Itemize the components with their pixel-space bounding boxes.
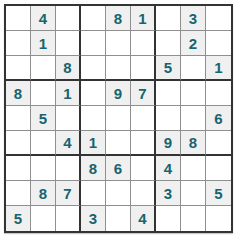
cell-r5c8[interactable] [181, 106, 206, 131]
cell-r9c4[interactable]: 3 [81, 206, 106, 231]
cell-r8c2[interactable]: 8 [31, 181, 56, 206]
cell-r3c7[interactable]: 5 [156, 56, 181, 81]
cell-r6c3[interactable]: 4 [56, 131, 81, 156]
cell-r9c8[interactable] [181, 206, 206, 231]
cell-r6c6[interactable] [131, 131, 156, 156]
cell-r8c1[interactable] [6, 181, 31, 206]
cell-r4c1[interactable]: 8 [6, 81, 31, 106]
cell-r1c2[interactable]: 4 [31, 6, 56, 31]
sudoku-widget: 48131285181975641988648735534 [0, 0, 240, 240]
cell-r8c7[interactable]: 3 [156, 181, 181, 206]
cell-r5c7[interactable] [156, 106, 181, 131]
cell-r2c4[interactable] [81, 31, 106, 56]
cell-r5c6[interactable] [131, 106, 156, 131]
cell-r9c2[interactable] [31, 206, 56, 231]
cell-r3c2[interactable] [31, 56, 56, 81]
cell-r6c9[interactable] [206, 131, 231, 156]
cell-r2c6[interactable] [131, 31, 156, 56]
cell-r7c6[interactable] [131, 156, 156, 181]
cell-r3c1[interactable] [6, 56, 31, 81]
cell-r7c5[interactable]: 6 [106, 156, 131, 181]
cell-r1c4[interactable] [81, 6, 106, 31]
cell-r4c6[interactable]: 7 [131, 81, 156, 106]
cell-r5c4[interactable] [81, 106, 106, 131]
cell-r7c4[interactable]: 8 [81, 156, 106, 181]
cell-r7c9[interactable] [206, 156, 231, 181]
cell-r8c4[interactable] [81, 181, 106, 206]
cell-r5c5[interactable] [106, 106, 131, 131]
cell-r7c7[interactable]: 4 [156, 156, 181, 181]
cell-r4c4[interactable] [81, 81, 106, 106]
cell-r1c1[interactable] [6, 6, 31, 31]
cell-r4c5[interactable]: 9 [106, 81, 131, 106]
cell-r9c5[interactable] [106, 206, 131, 231]
cell-r9c3[interactable] [56, 206, 81, 231]
cell-r2c9[interactable] [206, 31, 231, 56]
cell-r7c8[interactable] [181, 156, 206, 181]
cell-r3c5[interactable] [106, 56, 131, 81]
cell-r2c2[interactable]: 1 [31, 31, 56, 56]
cell-r5c3[interactable] [56, 106, 81, 131]
cell-r4c9[interactable] [206, 81, 231, 106]
cell-r5c1[interactable] [6, 106, 31, 131]
cell-r1c8[interactable]: 3 [181, 6, 206, 31]
cell-r8c9[interactable]: 5 [206, 181, 231, 206]
cell-r1c9[interactable] [206, 6, 231, 31]
cell-r3c9[interactable]: 1 [206, 56, 231, 81]
cell-r9c7[interactable] [156, 206, 181, 231]
cell-r7c1[interactable] [6, 156, 31, 181]
cell-r9c6[interactable]: 4 [131, 206, 156, 231]
cell-r7c2[interactable] [31, 156, 56, 181]
cell-r4c2[interactable] [31, 81, 56, 106]
cell-r1c5[interactable]: 8 [106, 6, 131, 31]
cell-r2c8[interactable]: 2 [181, 31, 206, 56]
cell-r6c8[interactable]: 8 [181, 131, 206, 156]
cell-r7c3[interactable] [56, 156, 81, 181]
cell-r2c5[interactable] [106, 31, 131, 56]
cell-r2c7[interactable] [156, 31, 181, 56]
cell-r6c1[interactable] [6, 131, 31, 156]
cell-r6c2[interactable] [31, 131, 56, 156]
cell-r3c8[interactable] [181, 56, 206, 81]
cell-r2c1[interactable] [6, 31, 31, 56]
cell-r8c5[interactable] [106, 181, 131, 206]
cell-r1c7[interactable] [156, 6, 181, 31]
cell-r5c9[interactable]: 6 [206, 106, 231, 131]
cell-r4c7[interactable] [156, 81, 181, 106]
cell-r1c6[interactable]: 1 [131, 6, 156, 31]
sudoku-board: 48131285181975641988648735534 [4, 4, 233, 233]
cell-r6c4[interactable]: 1 [81, 131, 106, 156]
cell-r1c3[interactable] [56, 6, 81, 31]
cell-r5c2[interactable]: 5 [31, 106, 56, 131]
cell-r3c4[interactable] [81, 56, 106, 81]
cell-r9c1[interactable]: 5 [6, 206, 31, 231]
cell-r8c6[interactable] [131, 181, 156, 206]
cell-r9c9[interactable] [206, 206, 231, 231]
cell-r8c3[interactable]: 7 [56, 181, 81, 206]
cell-r2c3[interactable] [56, 31, 81, 56]
cell-r8c8[interactable] [181, 181, 206, 206]
cell-r4c3[interactable]: 1 [56, 81, 81, 106]
cell-r4c8[interactable] [181, 81, 206, 106]
cell-r6c7[interactable]: 9 [156, 131, 181, 156]
cell-r3c3[interactable]: 8 [56, 56, 81, 81]
cell-r3c6[interactable] [131, 56, 156, 81]
cell-r6c5[interactable] [106, 131, 131, 156]
